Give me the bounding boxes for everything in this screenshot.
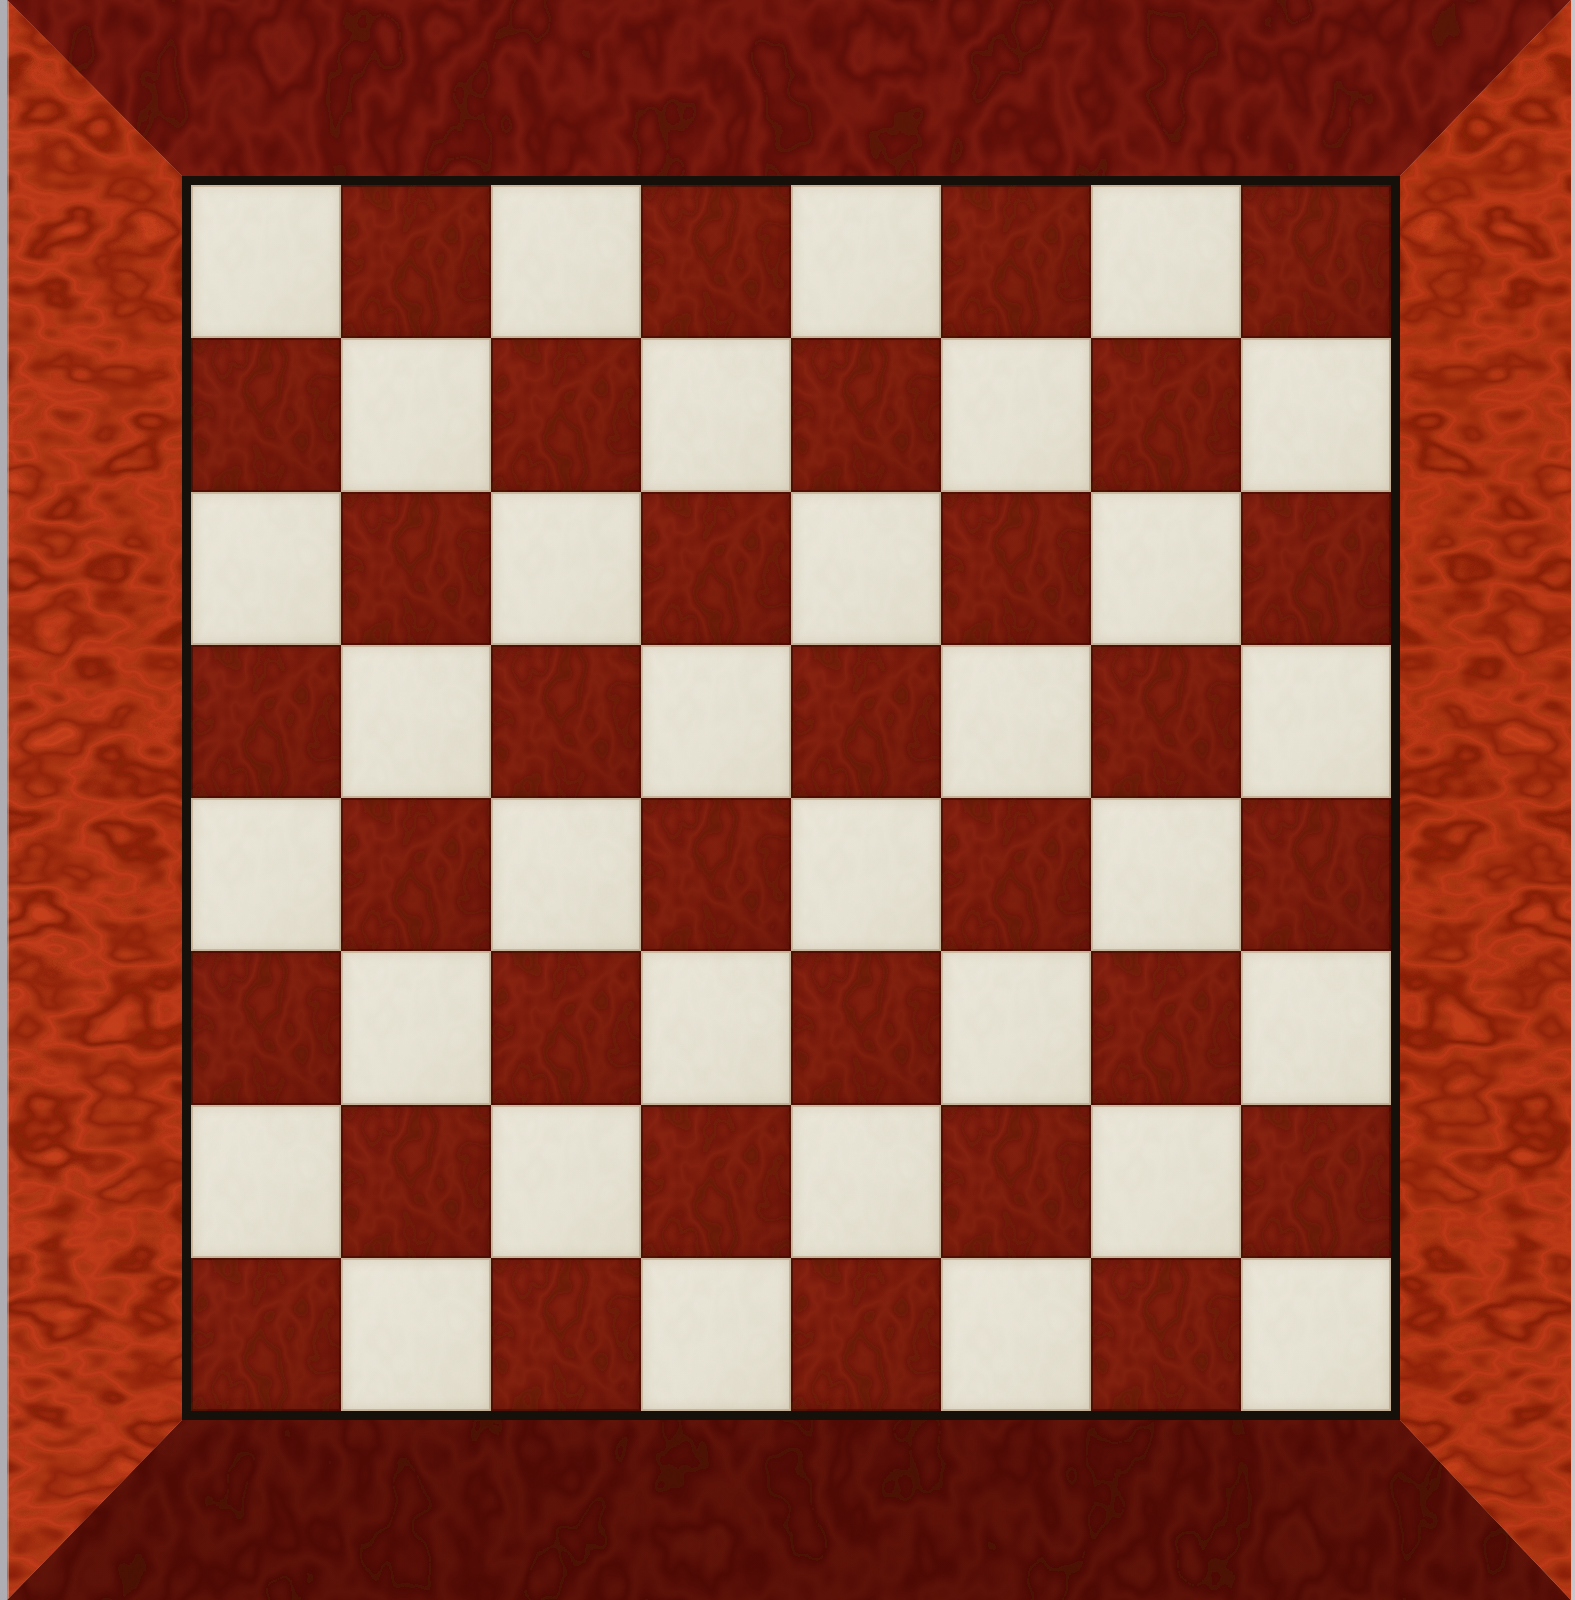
light-square-grain-texture bbox=[641, 645, 791, 798]
square-c7[interactable] bbox=[491, 338, 641, 491]
dark-square-grain-texture bbox=[941, 798, 1091, 951]
light-square-grain-texture bbox=[191, 492, 341, 645]
square-b3[interactable] bbox=[341, 951, 491, 1104]
square-g6[interactable] bbox=[1091, 492, 1241, 645]
square-d1[interactable] bbox=[641, 1258, 791, 1411]
square-g7[interactable] bbox=[1091, 338, 1241, 491]
light-square-grain-texture bbox=[491, 798, 641, 951]
square-b7[interactable] bbox=[341, 338, 491, 491]
dark-square-grain-texture bbox=[491, 645, 641, 798]
dark-square-grain-texture bbox=[941, 492, 1091, 645]
light-square-grain-texture bbox=[1091, 492, 1241, 645]
light-square-grain-texture bbox=[341, 338, 491, 491]
square-g3[interactable] bbox=[1091, 951, 1241, 1104]
square-g5[interactable] bbox=[1091, 645, 1241, 798]
square-e6[interactable] bbox=[791, 492, 941, 645]
square-c6[interactable] bbox=[491, 492, 641, 645]
square-g8[interactable] bbox=[1091, 185, 1241, 338]
dark-square-grain-texture bbox=[791, 338, 941, 491]
light-square-grain-texture bbox=[1091, 185, 1241, 338]
light-square-grain-texture bbox=[1241, 645, 1391, 798]
light-square-grain-texture bbox=[791, 492, 941, 645]
light-square-grain-texture bbox=[941, 951, 1091, 1104]
light-square-grain-texture bbox=[641, 338, 791, 491]
light-square-grain-texture bbox=[491, 185, 641, 338]
light-square-grain-texture bbox=[341, 1258, 491, 1411]
square-b1[interactable] bbox=[341, 1258, 491, 1411]
board-grid bbox=[191, 185, 1391, 1411]
dark-square-grain-texture bbox=[1241, 798, 1391, 951]
square-d8[interactable] bbox=[641, 185, 791, 338]
square-f4[interactable] bbox=[941, 798, 1091, 951]
square-g1[interactable] bbox=[1091, 1258, 1241, 1411]
square-c5[interactable] bbox=[491, 645, 641, 798]
dark-square-grain-texture bbox=[941, 1105, 1091, 1258]
light-square-grain-texture bbox=[941, 338, 1091, 491]
light-square-grain-texture bbox=[791, 185, 941, 338]
dark-square-grain-texture bbox=[491, 951, 641, 1104]
square-d6[interactable] bbox=[641, 492, 791, 645]
black-inlay-border bbox=[182, 176, 1400, 1420]
square-b2[interactable] bbox=[341, 1105, 491, 1258]
square-d2[interactable] bbox=[641, 1105, 791, 1258]
light-square-grain-texture bbox=[791, 1105, 941, 1258]
square-h6[interactable] bbox=[1241, 492, 1391, 645]
dark-square-grain-texture bbox=[641, 1105, 791, 1258]
square-g4[interactable] bbox=[1091, 798, 1241, 951]
square-f5[interactable] bbox=[941, 645, 1091, 798]
square-e4[interactable] bbox=[791, 798, 941, 951]
light-square-grain-texture bbox=[1091, 798, 1241, 951]
square-b8[interactable] bbox=[341, 185, 491, 338]
dark-square-grain-texture bbox=[1091, 951, 1241, 1104]
light-square-grain-texture bbox=[1091, 1105, 1241, 1258]
square-a4[interactable] bbox=[191, 798, 341, 951]
dark-square-grain-texture bbox=[1091, 645, 1241, 798]
light-square-grain-texture bbox=[1241, 338, 1391, 491]
square-e7[interactable] bbox=[791, 338, 941, 491]
dark-square-grain-texture bbox=[491, 1258, 641, 1411]
dark-square-grain-texture bbox=[191, 338, 341, 491]
square-h4[interactable] bbox=[1241, 798, 1391, 951]
square-d3[interactable] bbox=[641, 951, 791, 1104]
square-c4[interactable] bbox=[491, 798, 641, 951]
square-g2[interactable] bbox=[1091, 1105, 1241, 1258]
square-a6[interactable] bbox=[191, 492, 341, 645]
light-square-grain-texture bbox=[1241, 951, 1391, 1104]
square-h7[interactable] bbox=[1241, 338, 1391, 491]
square-c8[interactable] bbox=[491, 185, 641, 338]
square-d4[interactable] bbox=[641, 798, 791, 951]
dark-square-grain-texture bbox=[1241, 492, 1391, 645]
dark-square-grain-texture bbox=[941, 185, 1091, 338]
dark-square-grain-texture bbox=[1241, 1105, 1391, 1258]
square-h2[interactable] bbox=[1241, 1105, 1391, 1258]
square-f6[interactable] bbox=[941, 492, 1091, 645]
dark-square-grain-texture bbox=[641, 185, 791, 338]
light-square-grain-texture bbox=[941, 1258, 1091, 1411]
light-square-grain-texture bbox=[191, 1105, 341, 1258]
dark-square-grain-texture bbox=[1091, 1258, 1241, 1411]
square-f1[interactable] bbox=[941, 1258, 1091, 1411]
light-square-grain-texture bbox=[1241, 1258, 1391, 1411]
dark-square-grain-texture bbox=[491, 338, 641, 491]
dark-square-grain-texture bbox=[641, 492, 791, 645]
square-b6[interactable] bbox=[341, 492, 491, 645]
dark-square-grain-texture bbox=[791, 951, 941, 1104]
dark-square-grain-texture bbox=[341, 185, 491, 338]
dark-square-grain-texture bbox=[1241, 185, 1391, 338]
square-f7[interactable] bbox=[941, 338, 1091, 491]
dark-square-grain-texture bbox=[641, 798, 791, 951]
dark-square-grain-texture bbox=[191, 1258, 341, 1411]
light-square-grain-texture bbox=[191, 798, 341, 951]
square-a1[interactable] bbox=[191, 1258, 341, 1411]
dark-square-grain-texture bbox=[341, 492, 491, 645]
square-a2[interactable] bbox=[191, 1105, 341, 1258]
dark-square-grain-texture bbox=[191, 951, 341, 1104]
square-e5[interactable] bbox=[791, 645, 941, 798]
square-a7[interactable] bbox=[191, 338, 341, 491]
square-h5[interactable] bbox=[1241, 645, 1391, 798]
square-f3[interactable] bbox=[941, 951, 1091, 1104]
light-square-grain-texture bbox=[341, 951, 491, 1104]
light-square-grain-texture bbox=[641, 1258, 791, 1411]
square-c1[interactable] bbox=[491, 1258, 641, 1411]
light-square-grain-texture bbox=[491, 492, 641, 645]
square-h1[interactable] bbox=[1241, 1258, 1391, 1411]
square-a3[interactable] bbox=[191, 951, 341, 1104]
dark-square-grain-texture bbox=[341, 798, 491, 951]
square-e1[interactable] bbox=[791, 1258, 941, 1411]
light-square-grain-texture bbox=[191, 185, 341, 338]
square-d5[interactable] bbox=[641, 645, 791, 798]
square-h3[interactable] bbox=[1241, 951, 1391, 1104]
square-h8[interactable] bbox=[1241, 185, 1391, 338]
square-d7[interactable] bbox=[641, 338, 791, 491]
dark-square-grain-texture bbox=[791, 645, 941, 798]
dark-square-grain-texture bbox=[791, 1258, 941, 1411]
square-f2[interactable] bbox=[941, 1105, 1091, 1258]
square-e8[interactable] bbox=[791, 185, 941, 338]
dark-square-grain-texture bbox=[191, 645, 341, 798]
square-a8[interactable] bbox=[191, 185, 341, 338]
light-square-grain-texture bbox=[641, 951, 791, 1104]
square-a5[interactable] bbox=[191, 645, 341, 798]
light-square-grain-texture bbox=[491, 1105, 641, 1258]
square-f8[interactable] bbox=[941, 185, 1091, 338]
dark-square-grain-texture bbox=[1091, 338, 1241, 491]
square-c3[interactable] bbox=[491, 951, 641, 1104]
square-e3[interactable] bbox=[791, 951, 941, 1104]
square-b5[interactable] bbox=[341, 645, 491, 798]
square-e2[interactable] bbox=[791, 1105, 941, 1258]
light-square-grain-texture bbox=[341, 645, 491, 798]
square-c2[interactable] bbox=[491, 1105, 641, 1258]
photo-backdrop bbox=[0, 0, 1575, 1600]
chessboard bbox=[7, 0, 1571, 1600]
dark-square-grain-texture bbox=[341, 1105, 491, 1258]
square-b4[interactable] bbox=[341, 798, 491, 951]
light-square-grain-texture bbox=[791, 798, 941, 951]
light-square-grain-texture bbox=[941, 645, 1091, 798]
